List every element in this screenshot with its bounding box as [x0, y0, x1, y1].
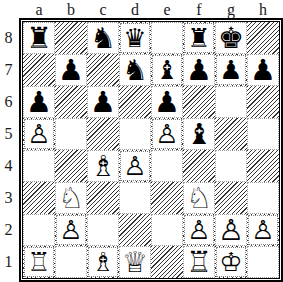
square-c6[interactable]: ♟: [87, 86, 119, 118]
file-label-g: g: [215, 0, 247, 20]
square-c5[interactable]: [87, 118, 119, 150]
square-h6[interactable]: [247, 86, 279, 118]
piece-black-queen-d8: ♛: [120, 23, 150, 53]
file-label-a: a: [23, 0, 55, 20]
piece-white-pawn-f2: ♙: [184, 215, 214, 245]
square-c7[interactable]: [87, 54, 119, 86]
rank-label-3: 3: [0, 182, 17, 214]
square-c1[interactable]: ♗: [87, 246, 119, 278]
piece-black-pawn-c6: ♟: [88, 87, 118, 117]
square-f6[interactable]: [183, 86, 215, 118]
square-f4[interactable]: [183, 150, 215, 182]
square-b5[interactable]: [55, 118, 87, 150]
square-h1[interactable]: [247, 246, 279, 278]
file-label-e: e: [151, 0, 183, 20]
square-f2[interactable]: ♙: [183, 214, 215, 246]
square-h2[interactable]: ♙: [247, 214, 279, 246]
square-f5[interactable]: ♝: [183, 118, 215, 150]
square-d7[interactable]: ♞: [119, 54, 151, 86]
piece-black-knight-c8: ♞: [88, 23, 118, 53]
piece-black-pawn-h7: ♟: [248, 55, 278, 85]
square-c8[interactable]: ♞: [87, 22, 119, 54]
piece-white-king-g1: ♔: [216, 247, 246, 277]
square-a7[interactable]: [23, 54, 55, 86]
square-d1[interactable]: ♕: [119, 246, 151, 278]
chess-diagram: abcdefgh 87654321 ♜♞♛♜♚♟♞♝♟♟♟♟♟♟♙♙♝♗♙♘♘♙…: [0, 0, 283, 282]
piece-white-bishop-c4: ♗: [88, 151, 118, 181]
square-f3[interactable]: ♘: [183, 182, 215, 214]
square-g3[interactable]: [215, 182, 247, 214]
piece-black-knight-d7: ♞: [120, 55, 150, 85]
square-b3[interactable]: ♘: [55, 182, 87, 214]
piece-black-king-g8: ♚: [216, 23, 246, 53]
square-e5[interactable]: ♙: [151, 118, 183, 150]
piece-white-pawn-g2: ♙: [216, 215, 246, 245]
piece-black-pawn-f7: ♟: [184, 55, 214, 85]
square-a3[interactable]: [23, 182, 55, 214]
piece-white-rook-a1: ♖: [24, 247, 54, 277]
square-g4[interactable]: [215, 150, 247, 182]
piece-black-bishop-e7: ♝: [152, 55, 182, 85]
piece-black-rook-a8: ♜: [24, 23, 54, 53]
chess-board: ♜♞♛♜♚♟♞♝♟♟♟♟♟♟♙♙♝♗♙♘♘♙♙♙♙♖♗♕♖♔: [23, 22, 279, 278]
square-b7[interactable]: ♟: [55, 54, 87, 86]
piece-white-knight-b3: ♘: [56, 183, 86, 213]
piece-black-rook-f8: ♜: [184, 23, 214, 53]
square-a1[interactable]: ♖: [23, 246, 55, 278]
file-label-d: d: [119, 0, 151, 20]
square-b2[interactable]: ♙: [55, 214, 87, 246]
square-d6[interactable]: [119, 86, 151, 118]
square-e4[interactable]: [151, 150, 183, 182]
square-c2[interactable]: [87, 214, 119, 246]
piece-white-pawn-h2: ♙: [248, 215, 278, 245]
square-h8[interactable]: [247, 22, 279, 54]
square-e8[interactable]: [151, 22, 183, 54]
square-d8[interactable]: ♛: [119, 22, 151, 54]
piece-white-knight-f3: ♘: [184, 183, 214, 213]
square-a4[interactable]: [23, 150, 55, 182]
square-e6[interactable]: ♟: [151, 86, 183, 118]
square-a5[interactable]: ♙: [23, 118, 55, 150]
square-a6[interactable]: ♟: [23, 86, 55, 118]
file-label-c: c: [87, 0, 119, 20]
square-e2[interactable]: [151, 214, 183, 246]
rank-label-5: 5: [0, 118, 17, 150]
square-d3[interactable]: [119, 182, 151, 214]
square-g5[interactable]: [215, 118, 247, 150]
file-label-b: b: [55, 0, 87, 20]
square-b1[interactable]: [55, 246, 87, 278]
square-c3[interactable]: [87, 182, 119, 214]
rank-labels: 87654321: [0, 22, 17, 278]
piece-white-pawn-b2: ♙: [56, 215, 86, 245]
square-e1[interactable]: [151, 246, 183, 278]
square-g6[interactable]: [215, 86, 247, 118]
square-h5[interactable]: [247, 118, 279, 150]
piece-white-rook-f1: ♖: [184, 247, 214, 277]
square-a8[interactable]: ♜: [23, 22, 55, 54]
piece-black-pawn-a6: ♟: [24, 87, 54, 117]
piece-black-pawn-e6: ♟: [152, 87, 182, 117]
square-b4[interactable]: [55, 150, 87, 182]
square-d4[interactable]: ♙: [119, 150, 151, 182]
file-label-f: f: [183, 0, 215, 20]
square-a2[interactable]: [23, 214, 55, 246]
square-b8[interactable]: [55, 22, 87, 54]
piece-white-queen-d1: ♕: [120, 247, 150, 277]
piece-white-pawn-a5: ♙: [24, 119, 54, 149]
square-f1[interactable]: ♖: [183, 246, 215, 278]
square-e7[interactable]: ♝: [151, 54, 183, 86]
square-g2[interactable]: ♙: [215, 214, 247, 246]
board-frame: ♜♞♛♜♚♟♞♝♟♟♟♟♟♟♙♙♝♗♙♘♘♙♙♙♙♖♗♕♖♔: [19, 18, 283, 282]
square-f7[interactable]: ♟: [183, 54, 215, 86]
file-labels: abcdefgh: [23, 0, 279, 19]
square-g7[interactable]: ♟: [215, 54, 247, 86]
piece-black-bishop-f5: ♝: [184, 119, 214, 149]
piece-white-bishop-c1: ♗: [88, 247, 118, 277]
square-b6[interactable]: [55, 86, 87, 118]
piece-black-pawn-b7: ♟: [56, 55, 86, 85]
piece-white-pawn-e5: ♙: [152, 119, 182, 149]
file-label-h: h: [247, 0, 279, 20]
square-g1[interactable]: ♔: [215, 246, 247, 278]
square-e3[interactable]: [151, 182, 183, 214]
rank-label-2: 2: [0, 214, 17, 246]
square-h7[interactable]: ♟: [247, 54, 279, 86]
piece-black-pawn-g7: ♟: [216, 55, 246, 85]
square-d2[interactable]: [119, 214, 151, 246]
square-g8[interactable]: ♚: [215, 22, 247, 54]
piece-white-pawn-d4: ♙: [120, 151, 150, 181]
rank-label-8: 8: [0, 22, 17, 54]
square-f8[interactable]: ♜: [183, 22, 215, 54]
rank-label-4: 4: [0, 150, 17, 182]
square-d5[interactable]: [119, 118, 151, 150]
square-h4[interactable]: [247, 150, 279, 182]
square-h3[interactable]: [247, 182, 279, 214]
rank-label-6: 6: [0, 86, 17, 118]
square-c4[interactable]: ♗: [87, 150, 119, 182]
rank-label-7: 7: [0, 54, 17, 86]
board-inner-frame: ♜♞♛♜♚♟♞♝♟♟♟♟♟♟♙♙♝♗♙♘♘♙♙♙♙♖♗♕♖♔: [22, 21, 280, 279]
rank-label-1: 1: [0, 246, 17, 278]
